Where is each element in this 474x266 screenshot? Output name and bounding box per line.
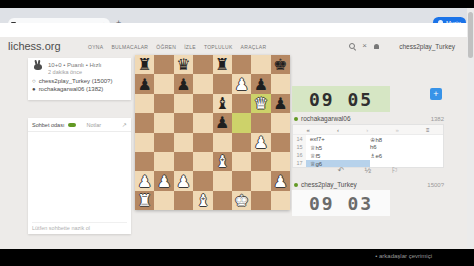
square-b1[interactable]: [154, 191, 173, 210]
black-clock: 09 05: [292, 86, 390, 112]
square-g2[interactable]: [251, 171, 270, 190]
black-player-name: rochakagarwal06 (1382): [39, 86, 104, 92]
page-scrollbar[interactable]: [467, 8, 474, 249]
square-f1[interactable]: ♚: [232, 191, 251, 210]
square-a2[interactable]: ♟: [135, 171, 154, 190]
black-move[interactable]: h6: [370, 144, 443, 150]
square-d8[interactable]: [193, 55, 212, 74]
white-pawn[interactable]: ♟: [254, 133, 268, 152]
next-move-icon[interactable]: ›: [366, 127, 368, 133]
bottom-player-line[interactable]: chess2play_Turkey 1500?: [294, 181, 444, 188]
square-a1[interactable]: ♜: [135, 191, 154, 210]
first-move-icon[interactable]: «: [307, 127, 310, 133]
chat-header: Sohbet odası Notlar ↗: [28, 118, 131, 132]
square-d4[interactable]: [193, 133, 212, 152]
square-a6[interactable]: [135, 94, 154, 113]
square-c6[interactable]: [174, 94, 193, 113]
black-king[interactable]: ♚: [273, 55, 287, 74]
square-b8[interactable]: [154, 55, 173, 74]
move-row-14: 14exf7+♔h8: [293, 135, 443, 143]
scrollbar-thumb[interactable]: [468, 12, 473, 58]
nav-item-i̇zle[interactable]: İZLE: [184, 44, 196, 50]
square-h8[interactable]: ♚: [271, 55, 290, 74]
square-h1[interactable]: [271, 191, 290, 210]
square-d1[interactable]: ♝: [193, 191, 212, 210]
close-icon[interactable]: ×: [362, 42, 367, 50]
expand-icon[interactable]: ↗: [122, 121, 127, 128]
black-pawn[interactable]: ♟: [138, 75, 152, 94]
black-move[interactable]: ♗e6: [370, 152, 443, 159]
chat-input[interactable]: Lütfen sohbette nazik ol: [32, 222, 127, 231]
square-g5[interactable]: [251, 113, 270, 132]
move-row-15: 15♕h5h6: [293, 143, 443, 151]
square-e1[interactable]: [213, 191, 232, 210]
browser-addressbar: ← → ↻ lichess.org/wf57ly5nQq2: [0, 23, 474, 37]
square-g3[interactable]: [251, 152, 270, 171]
chat-toggle[interactable]: [68, 123, 76, 127]
square-e2[interactable]: [213, 171, 232, 190]
square-f4[interactable]: [232, 133, 251, 152]
top-player-line[interactable]: rochakagarwal06 1382: [294, 115, 444, 122]
lichess-logo[interactable]: lichess.org: [8, 40, 61, 52]
main-nav: OYNABULMACALARÖĞRENİZLETOPLULUKARAÇLAR: [88, 44, 266, 50]
white-queen[interactable]: ♛: [254, 94, 268, 113]
move-list: «‹›»≡ 14exf7+♔h815♕h5h616♕f5♗e617♕g6: [292, 124, 444, 168]
bell-icon[interactable]: [374, 44, 379, 49]
nav-item-oyna[interactable]: OYNA: [88, 44, 103, 50]
search-icon[interactable]: [349, 43, 355, 49]
square-h7[interactable]: [271, 74, 290, 93]
nav-item-araçlar[interactable]: ARAÇLAR: [241, 44, 267, 50]
square-d5[interactable]: [193, 113, 212, 132]
square-f7[interactable]: ♟: [232, 74, 251, 93]
square-e3[interactable]: ♝: [213, 152, 232, 171]
menu-icon[interactable]: ≡: [426, 127, 430, 133]
square-a4[interactable]: [135, 133, 154, 152]
square-a8[interactable]: ♜: [135, 55, 154, 74]
tab-notes[interactable]: Notlar: [86, 122, 101, 128]
bottom-bar: • arkadaşlar çevrimiçi: [0, 249, 474, 266]
square-b3[interactable]: [154, 152, 173, 171]
square-b4[interactable]: [154, 133, 173, 152]
move-nav-bar: «‹›»≡: [293, 125, 443, 135]
move-number: 16: [293, 151, 306, 159]
square-c5[interactable]: [174, 113, 193, 132]
black-bishop[interactable]: ♝: [215, 94, 229, 113]
takeback-icon[interactable]: ↶: [338, 166, 345, 175]
square-b5[interactable]: [154, 113, 173, 132]
square-c3[interactable]: [174, 152, 193, 171]
black-rook[interactable]: ♜: [138, 55, 152, 74]
game-action-bar: ↶½⚐: [292, 166, 444, 175]
game-time-ago: 2 dakika önce: [48, 69, 127, 75]
black-pawn[interactable]: ♟: [254, 75, 268, 94]
online-dot: [294, 183, 298, 187]
black-player-line[interactable]: ● rochakagarwal06 (1382): [32, 86, 127, 92]
nav-item-bulmacalar[interactable]: BULMACALAR: [111, 44, 148, 50]
square-b2[interactable]: ♟: [154, 171, 173, 190]
square-f5[interactable]: [232, 113, 251, 132]
square-d6[interactable]: [193, 94, 212, 113]
square-c8[interactable]: ♛: [174, 55, 193, 74]
square-e5[interactable]: ♟: [213, 113, 232, 132]
square-h4[interactable]: [271, 133, 290, 152]
white-move[interactable]: ♕h5: [306, 144, 370, 151]
white-player-name: chess2play_Turkey (1500?): [39, 78, 113, 84]
white-bishop[interactable]: ♝: [196, 191, 210, 210]
white-move[interactable]: exf7+: [306, 136, 370, 142]
white-rook[interactable]: ♜: [138, 191, 152, 210]
white-pawn[interactable]: ♟: [273, 172, 287, 191]
white-pawn[interactable]: ♟: [138, 172, 152, 191]
square-g8[interactable]: [251, 55, 270, 74]
white-pawn[interactable]: ♟: [157, 172, 171, 191]
square-h6[interactable]: ♟: [271, 94, 290, 113]
square-f8[interactable]: [232, 55, 251, 74]
white-color-icon: ○: [32, 78, 36, 84]
bottom-player-rating: 1500?: [427, 182, 444, 188]
rapid-rabbit-icon: [34, 64, 42, 70]
black-rook[interactable]: ♜: [215, 55, 229, 74]
resign-flag-icon[interactable]: ⚐: [391, 166, 398, 175]
square-c7[interactable]: ♟: [174, 74, 193, 93]
square-g4[interactable]: ♟: [251, 133, 270, 152]
screenshot-stage: Rakip bekleniyor - Oyna ni × + Murin ← →…: [0, 0, 474, 266]
white-clock: 09 03: [292, 190, 390, 216]
black-pawn[interactable]: ♟: [273, 94, 287, 113]
last-move-icon[interactable]: »: [395, 127, 398, 133]
top-player-name: rochakagarwal06: [301, 115, 351, 122]
bottom-player-name: chess2play_Turkey: [301, 181, 357, 188]
square-a7[interactable]: ♟: [135, 74, 154, 93]
black-color-icon: ●: [32, 86, 36, 92]
chess-board: ♜♛♜♚♟♟♟♟♝♛♟♟♟♝♟♟♟♟♜♝♚: [135, 55, 290, 210]
square-b7[interactable]: [154, 74, 173, 93]
black-pawn[interactable]: ♟: [215, 113, 229, 132]
chat-card: Sohbet odası Notlar ↗ Lütfen sohbette na…: [28, 118, 131, 234]
nav-item-öğren[interactable]: ÖĞREN: [156, 44, 176, 50]
square-e4[interactable]: [213, 133, 232, 152]
white-king[interactable]: ♚: [234, 191, 248, 210]
square-d3[interactable]: [193, 152, 212, 171]
square-c1[interactable]: [174, 191, 193, 210]
header-icons: ×: [349, 42, 379, 50]
square-f6[interactable]: [232, 94, 251, 113]
square-d7[interactable]: [193, 74, 212, 93]
move-number: 15: [293, 143, 306, 151]
tab-chat-room[interactable]: Sohbet odası: [32, 122, 64, 128]
lichess-page: lichess.org OYNABULMACALARÖĞRENİZLETOPLU…: [0, 37, 467, 249]
square-c2[interactable]: ♟: [174, 171, 193, 190]
friends-online-status: • arkadaşlar çevrimiçi: [375, 253, 432, 259]
game-meta-card: 10+0 • Puanlı • Hızlı 2 dakika önce ○ ch…: [28, 58, 131, 100]
prev-move-icon[interactable]: ‹: [337, 127, 339, 133]
square-g7[interactable]: ♟: [251, 74, 270, 93]
white-pawn[interactable]: ♟: [176, 172, 190, 191]
square-h2[interactable]: ♟: [271, 171, 290, 190]
square-h5[interactable]: [271, 113, 290, 132]
online-dot: [294, 117, 298, 121]
square-g1[interactable]: [251, 191, 270, 210]
square-c4[interactable]: [174, 133, 193, 152]
square-e8[interactable]: ♜: [213, 55, 232, 74]
square-g6[interactable]: ♛: [251, 94, 270, 113]
square-e6[interactable]: ♝: [213, 94, 232, 113]
header-username[interactable]: chess2play_Turkey: [399, 43, 455, 50]
white-bishop[interactable]: ♝: [215, 152, 229, 171]
give-time-button[interactable]: +: [430, 88, 442, 100]
move-rows: 14exf7+♔h815♕h5h616♕f5♗e617♕g6: [293, 135, 443, 167]
black-queen[interactable]: ♛: [176, 55, 190, 74]
square-b6[interactable]: [154, 94, 173, 113]
square-a5[interactable]: [135, 113, 154, 132]
black-move[interactable]: ♔h8: [370, 136, 443, 143]
move-number: 14: [293, 135, 306, 143]
browser-tabstrip: Rakip bekleniyor - Oyna ni × + Murin: [0, 8, 474, 23]
square-f3[interactable]: [232, 152, 251, 171]
draw-offer-icon[interactable]: ½: [364, 166, 371, 175]
white-pawn[interactable]: ♟: [234, 75, 248, 94]
move-row-16: 16♕f5♗e6: [293, 151, 443, 159]
square-e7[interactable]: [213, 74, 232, 93]
square-f2[interactable]: [232, 171, 251, 190]
square-a3[interactable]: [135, 152, 154, 171]
nav-item-topluluk[interactable]: TOPLULUK: [204, 44, 233, 50]
white-player-line[interactable]: ○ chess2play_Turkey (1500?): [32, 78, 127, 84]
top-player-rating: 1382: [431, 116, 444, 122]
time-control: 10+0 • Puanlı • Hızlı: [48, 62, 127, 68]
square-d2[interactable]: [193, 171, 212, 190]
square-h3[interactable]: [271, 152, 290, 171]
white-move[interactable]: ♕f5: [306, 152, 370, 159]
black-pawn[interactable]: ♟: [176, 75, 190, 94]
